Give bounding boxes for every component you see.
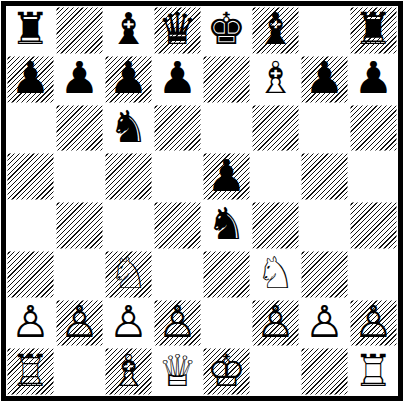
piece-white-queen: ♕: [158, 349, 197, 393]
square-a6[interactable]: [6, 104, 55, 153]
square-a7[interactable]: ♟: [6, 55, 55, 104]
piece-white-bishop: ♗: [109, 349, 148, 393]
square-h4[interactable]: [349, 201, 398, 250]
square-f1[interactable]: [251, 347, 300, 396]
square-h8[interactable]: ♜: [349, 6, 398, 55]
square-e2[interactable]: [202, 299, 251, 348]
square-c1[interactable]: ♗: [104, 347, 153, 396]
square-e3[interactable]: [202, 250, 251, 299]
piece-black-pawn: ♟: [354, 56, 393, 100]
piece-white-bishop: ♗: [256, 56, 295, 100]
square-a4[interactable]: [6, 201, 55, 250]
square-b7[interactable]: ♟: [55, 55, 104, 104]
square-f6[interactable]: [251, 104, 300, 153]
chess-diagram: ♜♝♛♚♝♜♟♟♟♟♗♟♟♞♟♞♘♘♙♙♙♙♙♙♙♖♗♕♔♖: [0, 0, 404, 402]
square-d4[interactable]: [153, 201, 202, 250]
square-c2[interactable]: ♙: [104, 299, 153, 348]
square-g5[interactable]: [300, 152, 349, 201]
square-f8[interactable]: ♝: [251, 6, 300, 55]
square-c8[interactable]: ♝: [104, 6, 153, 55]
square-c5[interactable]: [104, 152, 153, 201]
piece-white-pawn: ♙: [109, 300, 148, 344]
square-g7[interactable]: ♟: [300, 55, 349, 104]
square-d1[interactable]: ♕: [153, 347, 202, 396]
square-f3[interactable]: ♘: [251, 250, 300, 299]
square-g6[interactable]: [300, 104, 349, 153]
piece-black-pawn: ♟: [11, 56, 50, 100]
piece-black-bishop: ♝: [109, 7, 148, 51]
piece-white-knight: ♘: [109, 251, 148, 295]
square-c4[interactable]: [104, 201, 153, 250]
piece-white-pawn: ♙: [158, 300, 197, 344]
piece-white-pawn: ♙: [256, 300, 295, 344]
piece-white-king: ♔: [207, 349, 246, 393]
piece-black-rook: ♜: [11, 7, 50, 51]
square-a1[interactable]: ♖: [6, 347, 55, 396]
piece-black-pawn: ♟: [109, 56, 148, 100]
square-e7[interactable]: [202, 55, 251, 104]
square-h2[interactable]: ♙: [349, 299, 398, 348]
square-b5[interactable]: [55, 152, 104, 201]
square-g2[interactable]: ♙: [300, 299, 349, 348]
piece-white-pawn: ♙: [60, 300, 99, 344]
square-e5[interactable]: ♟: [202, 152, 251, 201]
piece-black-pawn: ♟: [60, 56, 99, 100]
square-h6[interactable]: [349, 104, 398, 153]
piece-white-pawn: ♙: [11, 300, 50, 344]
piece-white-rook: ♖: [11, 349, 50, 393]
square-b1[interactable]: [55, 347, 104, 396]
square-e1[interactable]: ♔: [202, 347, 251, 396]
piece-black-queen: ♛: [158, 7, 197, 51]
square-c7[interactable]: ♟: [104, 55, 153, 104]
square-h3[interactable]: [349, 250, 398, 299]
square-b3[interactable]: [55, 250, 104, 299]
piece-black-knight: ♞: [109, 105, 148, 149]
square-a2[interactable]: ♙: [6, 299, 55, 348]
square-f2[interactable]: ♙: [251, 299, 300, 348]
square-g3[interactable]: [300, 250, 349, 299]
piece-black-bishop: ♝: [256, 7, 295, 51]
square-h7[interactable]: ♟: [349, 55, 398, 104]
square-f4[interactable]: [251, 201, 300, 250]
square-d5[interactable]: [153, 152, 202, 201]
square-a5[interactable]: [6, 152, 55, 201]
square-a3[interactable]: [6, 250, 55, 299]
square-a8[interactable]: ♜: [6, 6, 55, 55]
square-d7[interactable]: ♟: [153, 55, 202, 104]
square-d8[interactable]: ♛: [153, 6, 202, 55]
piece-black-knight: ♞: [207, 202, 246, 246]
square-c3[interactable]: ♘: [104, 250, 153, 299]
piece-black-pawn: ♟: [207, 154, 246, 198]
square-h5[interactable]: [349, 152, 398, 201]
square-d2[interactable]: ♙: [153, 299, 202, 348]
square-b8[interactable]: [55, 6, 104, 55]
square-g1[interactable]: [300, 347, 349, 396]
square-e4[interactable]: ♞: [202, 201, 251, 250]
piece-black-pawn: ♟: [305, 56, 344, 100]
square-b2[interactable]: ♙: [55, 299, 104, 348]
piece-white-knight: ♘: [256, 251, 295, 295]
square-d3[interactable]: [153, 250, 202, 299]
square-b4[interactable]: [55, 201, 104, 250]
square-h1[interactable]: ♖: [349, 347, 398, 396]
square-e8[interactable]: ♚: [202, 6, 251, 55]
square-b6[interactable]: [55, 104, 104, 153]
square-f7[interactable]: ♗: [251, 55, 300, 104]
piece-black-pawn: ♟: [158, 56, 197, 100]
square-d6[interactable]: [153, 104, 202, 153]
piece-white-pawn: ♙: [305, 300, 344, 344]
piece-black-king: ♚: [207, 7, 246, 51]
board-frame: ♜♝♛♚♝♜♟♟♟♟♗♟♟♞♟♞♘♘♙♙♙♙♙♙♙♖♗♕♔♖: [1, 1, 403, 401]
square-c6[interactable]: ♞: [104, 104, 153, 153]
piece-white-pawn: ♙: [354, 300, 393, 344]
square-e6[interactable]: [202, 104, 251, 153]
chessboard: ♜♝♛♚♝♜♟♟♟♟♗♟♟♞♟♞♘♘♙♙♙♙♙♙♙♖♗♕♔♖: [6, 6, 398, 396]
piece-black-rook: ♜: [354, 7, 393, 51]
square-f5[interactable]: [251, 152, 300, 201]
square-g8[interactable]: [300, 6, 349, 55]
piece-white-rook: ♖: [354, 349, 393, 393]
square-g4[interactable]: [300, 201, 349, 250]
